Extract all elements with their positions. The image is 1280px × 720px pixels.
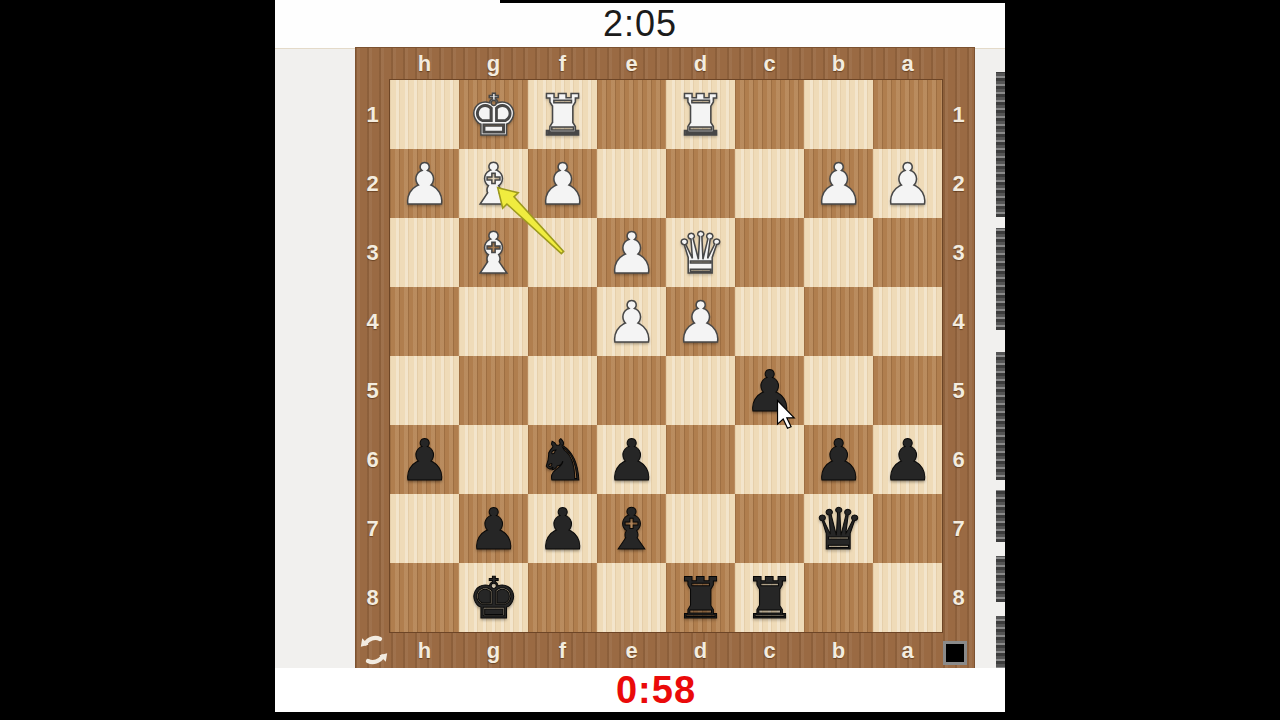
square-a8[interactable] xyxy=(873,563,942,632)
file-label-f-bottom: f xyxy=(528,632,597,670)
rank-label-7-left: 7 xyxy=(355,494,390,563)
piece-white-pawn-e4[interactable]: ♟ xyxy=(597,287,666,356)
square-d2[interactable] xyxy=(666,149,735,218)
piece-white-bishop-g3[interactable]: ♝ xyxy=(459,218,528,287)
square-f3[interactable] xyxy=(528,218,597,287)
rank-label-3-left: 3 xyxy=(355,218,390,287)
piece-black-pawn-c5[interactable]: ♟ xyxy=(735,356,804,425)
right-black-bar xyxy=(1005,0,1280,720)
top-edge-line xyxy=(500,0,1005,3)
square-b3[interactable] xyxy=(804,218,873,287)
file-label-a-bottom: a xyxy=(873,632,942,670)
piece-black-rook-d8[interactable]: ♜ xyxy=(666,563,735,632)
square-h3[interactable] xyxy=(390,218,459,287)
piece-black-queen-b7[interactable]: ♛ xyxy=(804,494,873,563)
rank-label-8-right: 8 xyxy=(942,563,975,632)
piece-black-pawn-h6[interactable]: ♟ xyxy=(390,425,459,494)
square-c4[interactable] xyxy=(735,287,804,356)
rank-label-1-left: 1 xyxy=(355,80,390,149)
app-content: 2:05 hhggffeeddccbbaa1122334455667788 ♚♜… xyxy=(275,0,1005,720)
square-a3[interactable] xyxy=(873,218,942,287)
file-label-b-top: b xyxy=(804,47,873,80)
file-label-h-bottom: h xyxy=(390,632,459,670)
player-clock-panel: 0:58 xyxy=(275,668,1005,712)
flip-board-icon xyxy=(359,635,389,665)
file-label-g-top: g xyxy=(459,47,528,80)
piece-white-rook-f1[interactable]: ♜ xyxy=(528,80,597,149)
file-label-e-bottom: e xyxy=(597,632,666,670)
square-a7[interactable] xyxy=(873,494,942,563)
square-c3[interactable] xyxy=(735,218,804,287)
square-g4[interactable] xyxy=(459,287,528,356)
file-label-b-bottom: b xyxy=(804,632,873,670)
piece-white-rook-d1[interactable]: ♜ xyxy=(666,80,735,149)
rank-label-7-right: 7 xyxy=(942,494,975,563)
square-h7[interactable] xyxy=(390,494,459,563)
square-g5[interactable] xyxy=(459,356,528,425)
piece-black-bishop-e7[interactable]: ♝ xyxy=(597,494,666,563)
square-c7[interactable] xyxy=(735,494,804,563)
opponent-clock-panel: 2:05 xyxy=(275,0,1005,49)
square-b8[interactable] xyxy=(804,563,873,632)
rank-label-1-right: 1 xyxy=(942,80,975,149)
square-g6[interactable] xyxy=(459,425,528,494)
player-clock: 0:58 xyxy=(275,668,1005,712)
file-label-c-bottom: c xyxy=(735,632,804,670)
rank-label-2-left: 2 xyxy=(355,149,390,218)
square-c6[interactable] xyxy=(735,425,804,494)
file-label-e-top: e xyxy=(597,47,666,80)
piece-white-pawn-f2[interactable]: ♟ xyxy=(528,149,597,218)
rank-label-6-left: 6 xyxy=(355,425,390,494)
square-e8[interactable] xyxy=(597,563,666,632)
video-frame: 2:05 hhggffeeddccbbaa1122334455667788 ♚♜… xyxy=(0,0,1280,720)
square-f5[interactable] xyxy=(528,356,597,425)
file-label-f-top: f xyxy=(528,47,597,80)
piece-black-pawn-a6[interactable]: ♟ xyxy=(873,425,942,494)
square-h5[interactable] xyxy=(390,356,459,425)
square-c1[interactable] xyxy=(735,80,804,149)
square-h1[interactable] xyxy=(390,80,459,149)
file-label-d-bottom: d xyxy=(666,632,735,670)
square-a5[interactable] xyxy=(873,356,942,425)
rank-label-4-right: 4 xyxy=(942,287,975,356)
left-black-bar xyxy=(0,0,275,720)
piece-white-pawn-b2[interactable]: ♟ xyxy=(804,149,873,218)
rank-label-3-right: 3 xyxy=(942,218,975,287)
square-a4[interactable] xyxy=(873,287,942,356)
piece-white-bishop-g2[interactable]: ♝ xyxy=(459,149,528,218)
piece-white-queen-d3[interactable]: ♛ xyxy=(666,218,735,287)
piece-black-knight-f6[interactable]: ♞ xyxy=(528,425,597,494)
piece-black-pawn-f7[interactable]: ♟ xyxy=(528,494,597,563)
square-d5[interactable] xyxy=(666,356,735,425)
piece-white-pawn-e3[interactable]: ♟ xyxy=(597,218,666,287)
square-h4[interactable] xyxy=(390,287,459,356)
square-b5[interactable] xyxy=(804,356,873,425)
file-label-a-top: a xyxy=(873,47,942,80)
square-f8[interactable] xyxy=(528,563,597,632)
file-label-h-top: h xyxy=(390,47,459,80)
piece-black-pawn-b6[interactable]: ♟ xyxy=(804,425,873,494)
file-label-c-top: c xyxy=(735,47,804,80)
opponent-clock: 2:05 xyxy=(275,0,1005,48)
piece-white-pawn-d4[interactable]: ♟ xyxy=(666,287,735,356)
square-e2[interactable] xyxy=(597,149,666,218)
rank-label-6-right: 6 xyxy=(942,425,975,494)
square-b4[interactable] xyxy=(804,287,873,356)
square-a1[interactable] xyxy=(873,80,942,149)
square-d7[interactable] xyxy=(666,494,735,563)
piece-white-king-g1[interactable]: ♚ xyxy=(459,80,528,149)
side-to-move-indicator xyxy=(943,641,967,665)
rank-label-5-right: 5 xyxy=(942,356,975,425)
square-e5[interactable] xyxy=(597,356,666,425)
square-h8[interactable] xyxy=(390,563,459,632)
rank-label-2-right: 2 xyxy=(942,149,975,218)
square-e1[interactable] xyxy=(597,80,666,149)
chess-board: hhggffeeddccbbaa1122334455667788 ♚♜♜♟♝♟♟… xyxy=(355,47,975,670)
rank-label-8-left: 8 xyxy=(355,563,390,632)
piece-black-pawn-g7[interactable]: ♟ xyxy=(459,494,528,563)
clipped-content-strip xyxy=(996,0,1005,720)
file-label-d-top: d xyxy=(666,47,735,80)
square-f4[interactable] xyxy=(528,287,597,356)
rank-label-5-left: 5 xyxy=(355,356,390,425)
piece-black-rook-c8[interactable]: ♜ xyxy=(735,563,804,632)
square-c2[interactable] xyxy=(735,149,804,218)
piece-black-king-g8[interactable]: ♚ xyxy=(459,563,528,632)
square-d6[interactable] xyxy=(666,425,735,494)
piece-white-pawn-a2[interactable]: ♟ xyxy=(873,149,942,218)
bottom-edge-line xyxy=(275,712,1005,720)
piece-black-pawn-e6[interactable]: ♟ xyxy=(597,425,666,494)
piece-white-pawn-h2[interactable]: ♟ xyxy=(390,149,459,218)
file-label-g-bottom: g xyxy=(459,632,528,670)
rank-label-4-left: 4 xyxy=(355,287,390,356)
square-b1[interactable] xyxy=(804,80,873,149)
flip-board-button[interactable] xyxy=(359,635,389,665)
